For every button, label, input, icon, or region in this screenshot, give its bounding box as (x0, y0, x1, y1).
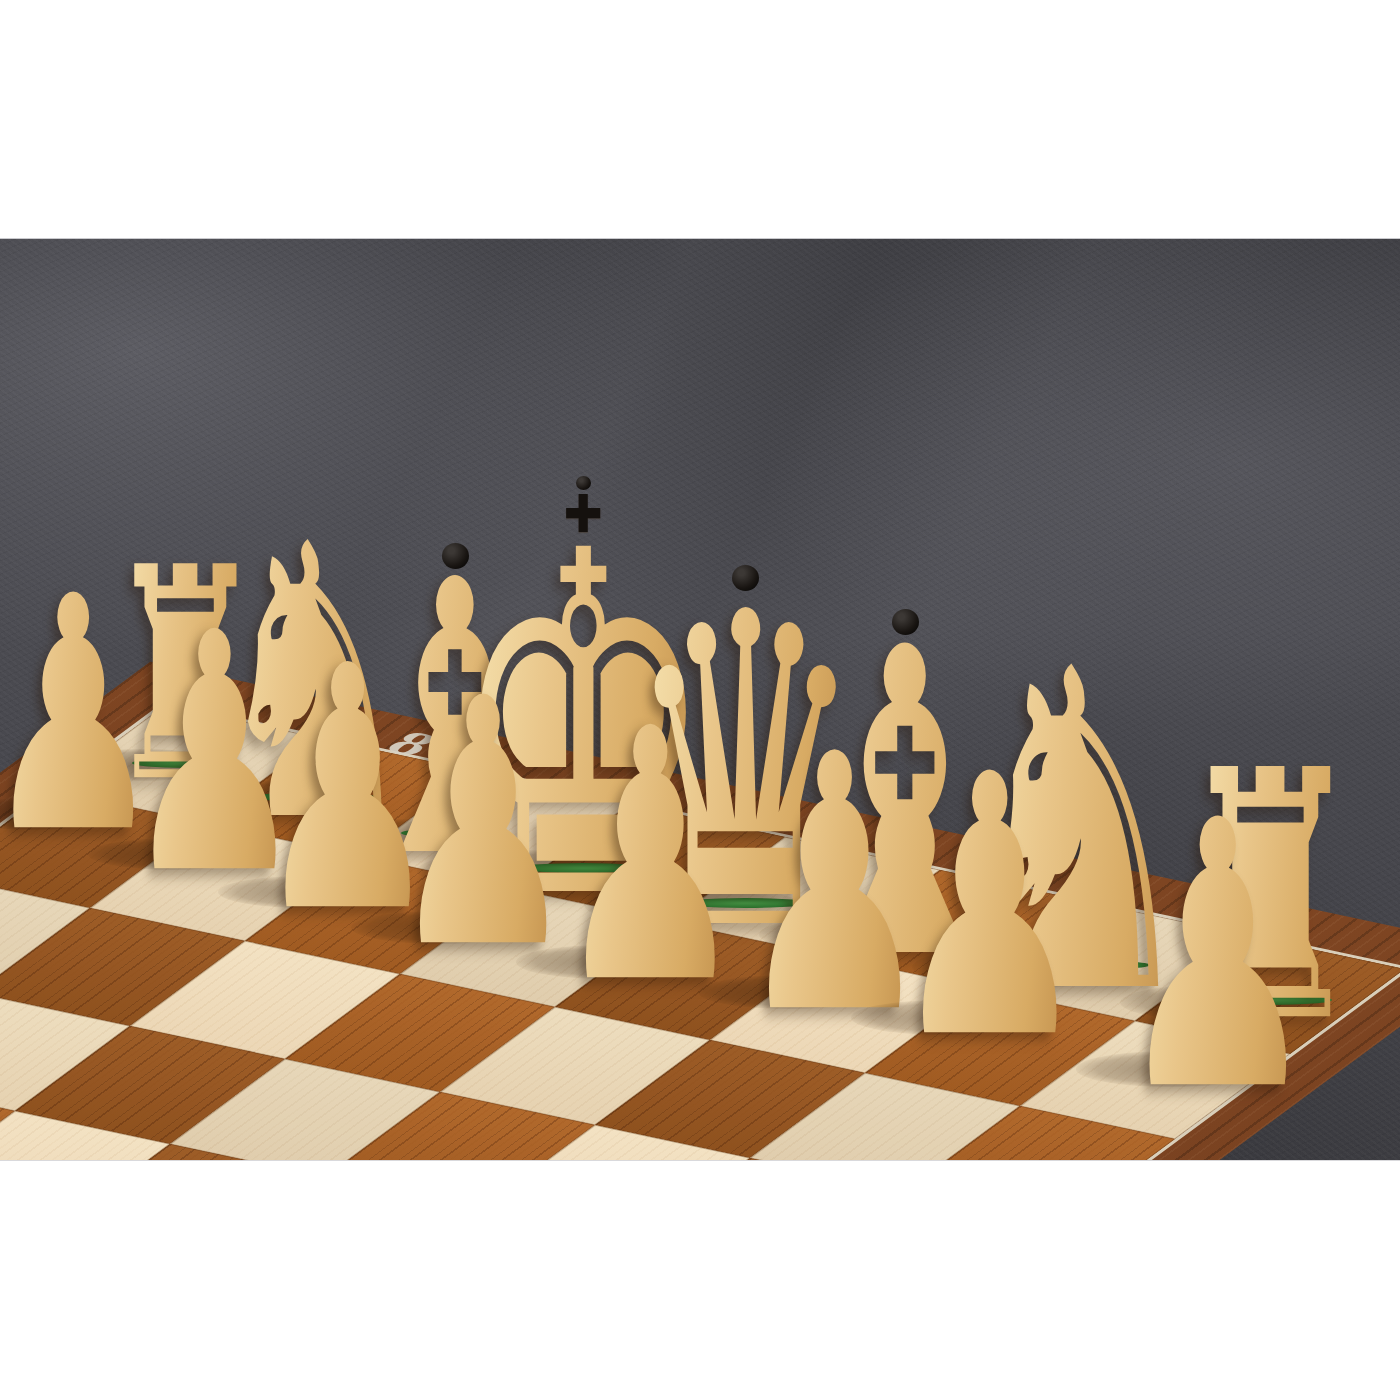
black-ball-finial (732, 565, 759, 591)
black-ball-finial (892, 609, 919, 635)
white-pawn[interactable]: ♟ (1104, 774, 1332, 1142)
black-cross-finial: ✚ (560, 488, 607, 540)
black-ball-finial (576, 476, 591, 490)
photo-band: 8 ♜♞♝♚✚♛♝♞♜♟♟♟♟♟♟♟♟ (0, 238, 1400, 1161)
white-pawn[interactable]: ♟ (878, 728, 1101, 1088)
